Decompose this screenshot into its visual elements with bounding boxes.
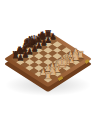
product-photo-scene: ♜♟♟♜♞♟♟♞♝♟♟♝♛♟♟♛♚♟♟♚♝♟♟♝♞♟♟♞♜♟♟♜ — [0, 0, 95, 126]
piece-white-rook[interactable]: ♜ — [37, 65, 59, 80]
square-h1[interactable]: ♜ — [43, 77, 52, 83]
piece-black-pawn[interactable]: ♟ — [9, 47, 31, 62]
